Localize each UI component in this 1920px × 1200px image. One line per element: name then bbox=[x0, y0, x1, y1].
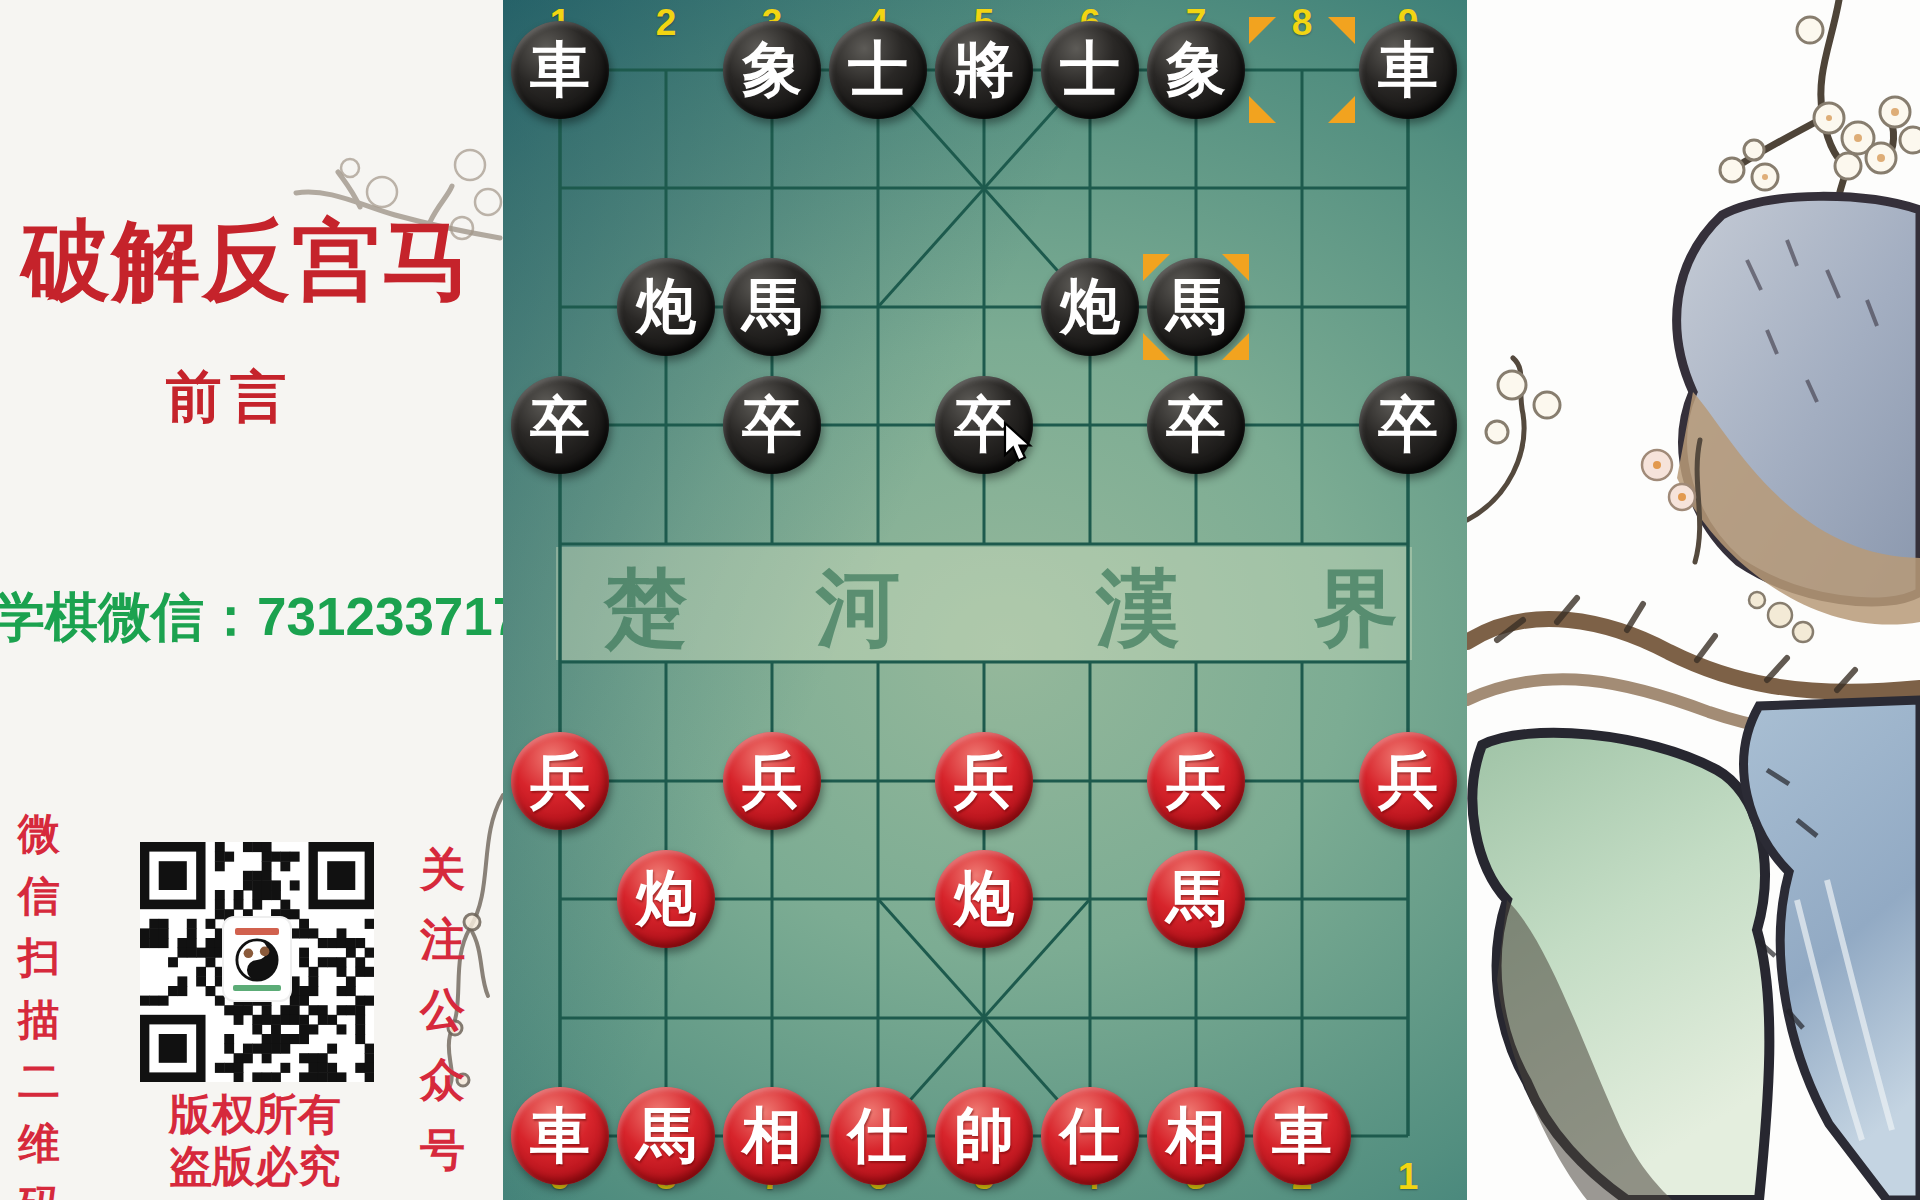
black-piece-將[interactable]: 將 bbox=[935, 21, 1033, 119]
black-piece-卒[interactable]: 卒 bbox=[1147, 376, 1245, 474]
vertical-char: 微 bbox=[18, 806, 60, 862]
yin-yang-panda-icon bbox=[235, 938, 279, 982]
river-seal-character: 楚 bbox=[586, 552, 706, 666]
black-piece-象[interactable]: 象 bbox=[1147, 21, 1245, 119]
vertical-char: 关 bbox=[420, 840, 465, 900]
red-piece-仕[interactable]: 仕 bbox=[829, 1087, 927, 1185]
qr-logo-red-text bbox=[235, 928, 279, 935]
vertical-char: 众 bbox=[420, 1050, 465, 1110]
red-piece-相[interactable]: 相 bbox=[723, 1087, 821, 1185]
red-piece-兵[interactable]: 兵 bbox=[723, 732, 821, 830]
river-seal-character: 界 bbox=[1296, 552, 1416, 666]
qr-code bbox=[140, 842, 374, 1082]
black-piece-卒[interactable]: 卒 bbox=[1359, 376, 1457, 474]
copyright-line-2: 盗版必究 bbox=[120, 1138, 390, 1196]
wechat-contact-text: 学棋微信：731233717 bbox=[0, 582, 522, 654]
left-info-panel: 破解反宫马 前言 学棋微信：731233717 微信扫描二维码 关注公众号 版权… bbox=[0, 0, 503, 1200]
vertical-char: 维 bbox=[18, 1116, 60, 1172]
red-piece-兵[interactable]: 兵 bbox=[511, 732, 609, 830]
copyright-line-1: 版权所有 bbox=[120, 1086, 390, 1144]
red-piece-車[interactable]: 車 bbox=[1253, 1087, 1351, 1185]
river-seal-character: 漢 bbox=[1078, 552, 1198, 666]
vertical-char: 描 bbox=[18, 992, 60, 1048]
screenshot-stage: 破解反宫马 前言 学棋微信：731233717 微信扫描二维码 关注公众号 版权… bbox=[0, 0, 1920, 1200]
red-piece-相[interactable]: 相 bbox=[1147, 1087, 1245, 1185]
vertical-char: 注 bbox=[420, 910, 465, 970]
vertical-text-follow-account: 关注公众号 bbox=[420, 840, 465, 1180]
vertical-char: 信 bbox=[18, 868, 60, 924]
river-seal-character: 河 bbox=[798, 552, 918, 666]
vertical-text-scan-qr: 微信扫描二维码 bbox=[18, 806, 60, 1200]
red-piece-車[interactable]: 車 bbox=[511, 1087, 609, 1185]
black-piece-士[interactable]: 士 bbox=[1041, 21, 1139, 119]
black-piece-卒[interactable]: 卒 bbox=[723, 376, 821, 474]
vertical-char: 公 bbox=[420, 980, 465, 1040]
black-piece-炮[interactable]: 炮 bbox=[1041, 258, 1139, 356]
red-piece-馬[interactable]: 馬 bbox=[617, 1087, 715, 1185]
red-piece-仕[interactable]: 仕 bbox=[1041, 1087, 1139, 1185]
black-piece-卒[interactable]: 卒 bbox=[511, 376, 609, 474]
qr-center-logo bbox=[224, 918, 290, 1000]
mouse-cursor bbox=[1002, 421, 1042, 465]
black-piece-車[interactable]: 車 bbox=[1359, 21, 1457, 119]
vertical-char: 扫 bbox=[18, 930, 60, 986]
plum-and-rocks-painting bbox=[1467, 0, 1920, 1200]
xiangqi-board[interactable]: 123456789 987654321 楚河漢界 車象士將士象車炮馬炮馬卒卒卒卒… bbox=[503, 0, 1467, 1200]
last-move-from-marker bbox=[1249, 17, 1355, 123]
file-label-top: 2 bbox=[636, 2, 696, 44]
red-piece-帥[interactable]: 帥 bbox=[935, 1087, 1033, 1185]
ink-painting-panel bbox=[1467, 0, 1920, 1200]
vertical-char: 码 bbox=[18, 1178, 60, 1200]
black-piece-象[interactable]: 象 bbox=[723, 21, 821, 119]
red-piece-兵[interactable]: 兵 bbox=[1359, 732, 1457, 830]
red-piece-炮[interactable]: 炮 bbox=[935, 850, 1033, 948]
page-subtitle: 前言 bbox=[166, 360, 294, 436]
red-piece-兵[interactable]: 兵 bbox=[1147, 732, 1245, 830]
black-piece-炮[interactable]: 炮 bbox=[617, 258, 715, 356]
red-piece-馬[interactable]: 馬 bbox=[1147, 850, 1245, 948]
red-piece-兵[interactable]: 兵 bbox=[935, 732, 1033, 830]
black-piece-馬[interactable]: 馬 bbox=[723, 258, 821, 356]
last-move-to-marker bbox=[1143, 254, 1249, 360]
file-label-bottom: 1 bbox=[1378, 1156, 1438, 1198]
qr-logo-green-text bbox=[233, 985, 281, 991]
black-piece-車[interactable]: 車 bbox=[511, 21, 609, 119]
black-piece-士[interactable]: 士 bbox=[829, 21, 927, 119]
vertical-char: 号 bbox=[420, 1120, 465, 1180]
page-title: 破解反宫马 bbox=[22, 202, 492, 321]
red-piece-炮[interactable]: 炮 bbox=[617, 850, 715, 948]
vertical-char: 二 bbox=[18, 1054, 60, 1110]
